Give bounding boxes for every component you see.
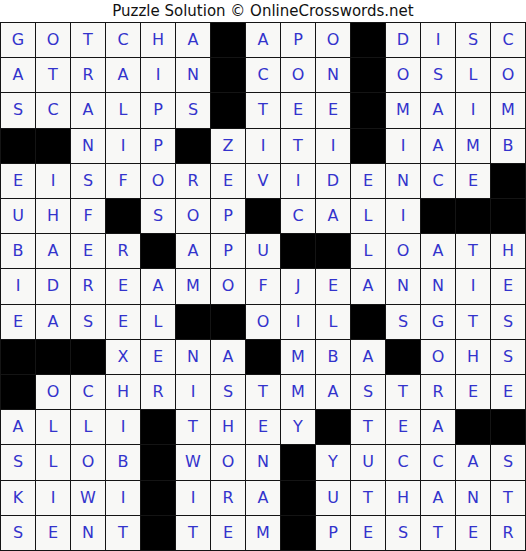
letter-cell-r5c13: C [421, 164, 455, 198]
letter-cell-r3c12: M [386, 93, 420, 127]
block-cell-r12c5 [141, 410, 175, 444]
block-cell-r2c11 [351, 58, 385, 92]
block-cell-r12c10 [316, 410, 350, 444]
block-cell-r1c7 [211, 23, 245, 57]
page-title: Puzzle Solution © OnlineCrosswords.net [0, 0, 526, 22]
letter-cell-r12c7: H [211, 410, 245, 444]
letter-cell-r8c9: J [281, 269, 315, 303]
letter-cell-r8c14: I [456, 269, 490, 303]
block-cell-r14c5 [141, 481, 175, 515]
letter-cell-r8c3: R [71, 269, 105, 303]
letter-cell-r15c11: E [351, 516, 385, 550]
letter-cell-r4c14: M [456, 129, 490, 163]
block-cell-r7c5 [141, 234, 175, 268]
letter-cell-r14c10: U [316, 481, 350, 515]
letter-cell-r8c10: E [316, 269, 350, 303]
letter-cell-r5c14: E [456, 164, 490, 198]
letter-cell-r12c6: T [176, 410, 210, 444]
letter-cell-r1c13: I [421, 23, 455, 57]
letter-cell-r3c6: S [176, 93, 210, 127]
letter-cell-r7c2: A [36, 234, 70, 268]
letter-cell-r2c4: A [106, 58, 140, 92]
letter-cell-r3c15: M [491, 93, 525, 127]
letter-cell-r10c4: X [106, 340, 140, 374]
letter-cell-r5c12: N [386, 164, 420, 198]
block-cell-r15c9 [281, 516, 315, 550]
letter-cell-r14c6: I [176, 481, 210, 515]
letter-cell-r1c9: P [281, 23, 315, 57]
letter-cell-r8c11: A [351, 269, 385, 303]
letter-cell-r12c8: E [246, 410, 280, 444]
letter-cell-r2c13: S [421, 58, 455, 92]
block-cell-r10c12 [386, 340, 420, 374]
block-cell-r10c8 [246, 340, 280, 374]
letter-cell-r6c11: L [351, 199, 385, 233]
letter-cell-r6c3: F [71, 199, 105, 233]
letter-cell-r12c1: A [1, 410, 35, 444]
letter-cell-r1c5: H [141, 23, 175, 57]
letter-cell-r1c2: O [36, 23, 70, 57]
letter-cell-r4c5: P [141, 129, 175, 163]
letter-cell-r11c7: S [211, 375, 245, 409]
letter-cell-r5c4: F [106, 164, 140, 198]
letter-cell-r11c10: A [316, 375, 350, 409]
letter-cell-r10c13: O [421, 340, 455, 374]
letter-cell-r11c14: E [456, 375, 490, 409]
letter-cell-r15c8: M [246, 516, 280, 550]
letter-cell-r14c2: I [36, 481, 70, 515]
letter-cell-r13c10: Y [316, 445, 350, 479]
letter-cell-r6c1: U [1, 199, 35, 233]
letter-cell-r15c12: S [386, 516, 420, 550]
letter-cell-r7c6: A [176, 234, 210, 268]
crossword-board: GOTCHAAPODISCATRAINCONOSLOSCALPSTEEMAIMN… [0, 22, 526, 551]
letter-cell-r9c8: O [246, 305, 280, 339]
letter-cell-r11c13: R [421, 375, 455, 409]
letter-cell-r7c14: T [456, 234, 490, 268]
letter-cell-r14c14: N [456, 481, 490, 515]
block-cell-r4c6 [176, 129, 210, 163]
letter-cell-r10c15: S [491, 340, 525, 374]
letter-cell-r3c14: I [456, 93, 490, 127]
letter-cell-r8c2: D [36, 269, 70, 303]
letter-cell-r3c13: A [421, 93, 455, 127]
letter-cell-r15c14: E [456, 516, 490, 550]
letter-cell-r5c8: V [246, 164, 280, 198]
letter-cell-r11c3: C [71, 375, 105, 409]
letter-cell-r8c6: M [176, 269, 210, 303]
letter-cell-r8c13: N [421, 269, 455, 303]
letter-cell-r4c13: A [421, 129, 455, 163]
letter-cell-r12c11: T [351, 410, 385, 444]
block-cell-r12c14 [456, 410, 490, 444]
letter-cell-r3c4: L [106, 93, 140, 127]
letter-cell-r3c3: A [71, 93, 105, 127]
block-cell-r14c9 [281, 481, 315, 515]
letter-cell-r3c2: C [36, 93, 70, 127]
block-cell-r3c7 [211, 93, 245, 127]
block-cell-r9c7 [211, 305, 245, 339]
letter-cell-r5c5: O [141, 164, 175, 198]
letter-cell-r8c1: I [1, 269, 35, 303]
block-cell-r1c11 [351, 23, 385, 57]
letter-cell-r9c14: T [456, 305, 490, 339]
letter-cell-r8c12: N [386, 269, 420, 303]
letter-cell-r13c4: B [106, 445, 140, 479]
letter-cell-r2c9: O [281, 58, 315, 92]
letter-cell-r13c3: O [71, 445, 105, 479]
block-cell-r10c3 [71, 340, 105, 374]
letter-cell-r14c1: K [1, 481, 35, 515]
letter-cell-r6c2: H [36, 199, 70, 233]
letter-cell-r2c6: N [176, 58, 210, 92]
block-cell-r9c6 [176, 305, 210, 339]
letter-cell-r4c4: I [106, 129, 140, 163]
letter-cell-r11c11: S [351, 375, 385, 409]
letter-cell-r6c9: C [281, 199, 315, 233]
block-cell-r6c15 [491, 199, 525, 233]
letter-cell-r13c2: L [36, 445, 70, 479]
letter-cell-r11c4: H [106, 375, 140, 409]
letter-cell-r8c5: A [141, 269, 175, 303]
block-cell-r9c11 [351, 305, 385, 339]
letter-cell-r11c8: T [246, 375, 280, 409]
block-cell-r10c1 [1, 340, 35, 374]
letter-cell-r2c15: O [491, 58, 525, 92]
block-cell-r3c11 [351, 93, 385, 127]
letter-cell-r11c12: T [386, 375, 420, 409]
crossword-grid: GOTCHAAPODISCATRAINCONOSLOSCALPSTEEMAIMN… [0, 22, 526, 551]
letter-cell-r10c11: A [351, 340, 385, 374]
letter-cell-r9c10: L [316, 305, 350, 339]
letter-cell-r2c10: N [316, 58, 350, 92]
letter-cell-r6c12: I [386, 199, 420, 233]
letter-cell-r10c9: M [281, 340, 315, 374]
letter-cell-r2c14: L [456, 58, 490, 92]
letter-cell-r10c5: E [141, 340, 175, 374]
letter-cell-r4c7: Z [211, 129, 245, 163]
letter-cell-r13c15: S [491, 445, 525, 479]
letter-cell-r5c3: S [71, 164, 105, 198]
letter-cell-r11c6: I [176, 375, 210, 409]
letter-cell-r14c8: A [246, 481, 280, 515]
block-cell-r10c2 [36, 340, 70, 374]
letter-cell-r5c2: I [36, 164, 70, 198]
block-cell-r7c9 [281, 234, 315, 268]
block-cell-r7c10 [316, 234, 350, 268]
letter-cell-r6c5: S [141, 199, 175, 233]
letter-cell-r14c4: I [106, 481, 140, 515]
letter-cell-r6c10: A [316, 199, 350, 233]
letter-cell-r14c12: H [386, 481, 420, 515]
letter-cell-r14c13: A [421, 481, 455, 515]
letter-cell-r4c3: N [71, 129, 105, 163]
block-cell-r6c13 [421, 199, 455, 233]
letter-cell-r14c11: T [351, 481, 385, 515]
block-cell-r4c1 [1, 129, 35, 163]
letter-cell-r12c3: L [71, 410, 105, 444]
letter-cell-r15c10: P [316, 516, 350, 550]
block-cell-r13c5 [141, 445, 175, 479]
letter-cell-r12c2: L [36, 410, 70, 444]
letter-cell-r13c14: A [456, 445, 490, 479]
letter-cell-r10c7: A [211, 340, 245, 374]
letter-cell-r1c8: A [246, 23, 280, 57]
letter-cell-r9c9: I [281, 305, 315, 339]
letter-cell-r7c11: L [351, 234, 385, 268]
letter-cell-r2c8: C [246, 58, 280, 92]
letter-cell-r13c13: C [421, 445, 455, 479]
letter-cell-r1c6: A [176, 23, 210, 57]
letter-cell-r4c8: I [246, 129, 280, 163]
letter-cell-r1c4: C [106, 23, 140, 57]
letter-cell-r11c9: M [281, 375, 315, 409]
letter-cell-r1c3: T [71, 23, 105, 57]
letter-cell-r7c1: B [1, 234, 35, 268]
letter-cell-r1c12: D [386, 23, 420, 57]
letter-cell-r9c3: S [71, 305, 105, 339]
letter-cell-r2c1: A [1, 58, 35, 92]
block-cell-r4c11 [351, 129, 385, 163]
letter-cell-r15c15: R [491, 516, 525, 550]
block-cell-r13c9 [281, 445, 315, 479]
letter-cell-r8c7: O [211, 269, 245, 303]
block-cell-r4c2 [36, 129, 70, 163]
letter-cell-r8c4: E [106, 269, 140, 303]
letter-cell-r15c7: E [211, 516, 245, 550]
letter-cell-r10c14: H [456, 340, 490, 374]
letter-cell-r14c15: T [491, 481, 525, 515]
letter-cell-r5c9: I [281, 164, 315, 198]
letter-cell-r11c5: R [141, 375, 175, 409]
block-cell-r6c14 [456, 199, 490, 233]
letter-cell-r7c3: E [71, 234, 105, 268]
letter-cell-r15c3: N [71, 516, 105, 550]
letter-cell-r7c4: R [106, 234, 140, 268]
letter-cell-r9c1: E [1, 305, 35, 339]
letter-cell-r7c8: U [246, 234, 280, 268]
letter-cell-r14c3: W [71, 481, 105, 515]
block-cell-r15c5 [141, 516, 175, 550]
letter-cell-r2c3: R [71, 58, 105, 92]
letter-cell-r14c7: R [211, 481, 245, 515]
letter-cell-r7c15: H [491, 234, 525, 268]
letter-cell-r4c15: B [491, 129, 525, 163]
letter-cell-r9c15: S [491, 305, 525, 339]
block-cell-r5c15 [491, 164, 525, 198]
letter-cell-r3c8: T [246, 93, 280, 127]
letter-cell-r10c6: N [176, 340, 210, 374]
letter-cell-r1c14: S [456, 23, 490, 57]
letter-cell-r7c13: A [421, 234, 455, 268]
letter-cell-r15c13: T [421, 516, 455, 550]
letter-cell-r12c9: Y [281, 410, 315, 444]
letter-cell-r1c15: C [491, 23, 525, 57]
block-cell-r11c1 [1, 375, 35, 409]
letter-cell-r2c2: T [36, 58, 70, 92]
letter-cell-r5c6: R [176, 164, 210, 198]
letter-cell-r3c10: E [316, 93, 350, 127]
letter-cell-r5c11: E [351, 164, 385, 198]
letter-cell-r13c1: S [1, 445, 35, 479]
letter-cell-r11c2: O [36, 375, 70, 409]
block-cell-r2c7 [211, 58, 245, 92]
letter-cell-r4c12: I [386, 129, 420, 163]
letter-cell-r1c1: G [1, 23, 35, 57]
letter-cell-r4c10: I [316, 129, 350, 163]
letter-cell-r7c12: O [386, 234, 420, 268]
letter-cell-r8c15: E [491, 269, 525, 303]
letter-cell-r9c4: E [106, 305, 140, 339]
letter-cell-r1c10: O [316, 23, 350, 57]
letter-cell-r5c1: E [1, 164, 35, 198]
letter-cell-r7c7: P [211, 234, 245, 268]
letter-cell-r9c5: L [141, 305, 175, 339]
letter-cell-r6c6: O [176, 199, 210, 233]
block-cell-r6c4 [106, 199, 140, 233]
letter-cell-r12c4: I [106, 410, 140, 444]
letter-cell-r13c8: N [246, 445, 280, 479]
letter-cell-r9c13: G [421, 305, 455, 339]
letter-cell-r15c2: E [36, 516, 70, 550]
letter-cell-r4c9: T [281, 129, 315, 163]
letter-cell-r3c5: P [141, 93, 175, 127]
letter-cell-r8c8: F [246, 269, 280, 303]
letter-cell-r11c15: E [491, 375, 525, 409]
letter-cell-r12c13: A [421, 410, 455, 444]
letter-cell-r9c12: S [386, 305, 420, 339]
letter-cell-r2c12: O [386, 58, 420, 92]
letter-cell-r13c7: O [211, 445, 245, 479]
letter-cell-r6c7: P [211, 199, 245, 233]
letter-cell-r9c2: A [36, 305, 70, 339]
letter-cell-r3c9: E [281, 93, 315, 127]
letter-cell-r13c12: C [386, 445, 420, 479]
letter-cell-r13c6: W [176, 445, 210, 479]
letter-cell-r15c1: S [1, 516, 35, 550]
letter-cell-r5c10: D [316, 164, 350, 198]
block-cell-r12c15 [491, 410, 525, 444]
letter-cell-r15c4: T [106, 516, 140, 550]
letter-cell-r10c10: B [316, 340, 350, 374]
letter-cell-r13c11: U [351, 445, 385, 479]
block-cell-r6c8 [246, 199, 280, 233]
letter-cell-r12c12: E [386, 410, 420, 444]
letter-cell-r2c5: I [141, 58, 175, 92]
letter-cell-r3c1: S [1, 93, 35, 127]
letter-cell-r15c6: T [176, 516, 210, 550]
letter-cell-r5c7: E [211, 164, 245, 198]
